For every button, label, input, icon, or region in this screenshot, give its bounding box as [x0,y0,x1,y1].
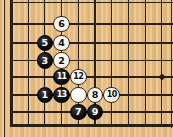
grid-line-horizontal [10,42,173,43]
stone-move-number: 8 [92,90,99,100]
stone-move-number: 5 [42,38,49,48]
stone-white-e4[interactable]: 12 [70,69,87,86]
stone-black-d4[interactable]: 11 [53,69,70,86]
stone-move-number: 6 [58,19,65,29]
board-edge-bottom [10,124,173,127]
stone-black-c6[interactable]: 5 [37,35,54,52]
grid-line-horizontal [10,2,173,3]
stone-move-number: 11 [57,73,67,81]
stone-black-c5[interactable]: 3 [37,52,54,69]
grid-line-horizontal [10,23,173,24]
stone-black-c3[interactable]: 1 [37,87,54,104]
grid-line-horizontal [10,76,173,77]
stone-white-g3[interactable]: 10 [103,87,120,104]
stone-move-number: 4 [58,38,65,48]
stone-white-d7[interactable]: 6 [53,16,70,33]
frame-line-right [171,0,173,128]
stone-white-d5[interactable]: 2 [53,52,70,69]
grid-line-vertical [28,0,29,127]
stone-move-number: 13 [57,91,67,99]
grid-line-vertical [128,0,129,127]
grid-line-vertical [145,0,146,127]
stone-black-f2[interactable]: 9 [87,104,104,121]
stone-move-number: 3 [42,56,49,66]
grid-line-horizontal [10,60,173,61]
stone-black-e2[interactable]: 7 [70,104,87,121]
grid-line-vertical [161,0,162,127]
stone-white-e3[interactable] [70,87,87,104]
stone-move-number: 9 [92,107,99,117]
board-edge-left [10,0,13,127]
stone-move-number: 1 [42,90,49,100]
frame-line-left [4,0,5,137]
go-board[interactable]: 65432111211381079 [0,0,173,137]
stone-move-number: 12 [73,73,83,81]
stone-move-number: 10 [107,91,117,99]
stone-white-d6[interactable]: 4 [53,35,70,52]
stone-white-f3[interactable]: 8 [87,87,104,104]
stone-move-number: 2 [58,56,65,66]
grid-line-vertical [111,0,112,127]
stone-move-number: 7 [75,107,82,117]
stone-black-d3[interactable]: 13 [53,87,70,104]
star-point-k4 [158,73,165,80]
